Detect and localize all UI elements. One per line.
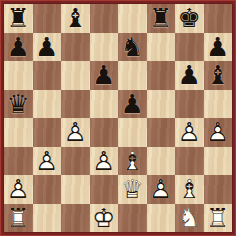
piece-black-rook: ♜ <box>147 4 176 33</box>
square-h6[interactable]: ♝ <box>204 61 233 90</box>
piece-black-pawn: ♟ <box>4 33 33 62</box>
square-e8[interactable] <box>118 4 147 33</box>
piece-white-pawn: ♟♙ <box>90 147 119 176</box>
piece-black-queen: ♛ <box>4 90 33 119</box>
square-a8[interactable]: ♜ <box>4 4 33 33</box>
piece-white-knight: ♞♘ <box>175 204 204 233</box>
square-g7[interactable] <box>175 33 204 62</box>
square-c5[interactable] <box>61 90 90 119</box>
square-d4[interactable] <box>90 118 119 147</box>
square-b7[interactable]: ♟ <box>33 33 62 62</box>
square-d1[interactable]: ♚♔ <box>90 204 119 233</box>
square-b3[interactable]: ♟♙ <box>33 147 62 176</box>
square-h4[interactable]: ♟♙ <box>204 118 233 147</box>
square-a6[interactable] <box>4 61 33 90</box>
piece-black-bishop: ♝ <box>61 4 90 33</box>
square-d5[interactable] <box>90 90 119 119</box>
square-a7[interactable]: ♟ <box>4 33 33 62</box>
white-queen-outline-glyph: ♕ <box>118 175 147 204</box>
square-g5[interactable] <box>175 90 204 119</box>
square-a3[interactable] <box>4 147 33 176</box>
white-knight-outline-glyph: ♘ <box>175 204 204 233</box>
piece-black-pawn: ♟ <box>90 61 119 90</box>
white-pawn-outline-glyph: ♙ <box>204 118 233 147</box>
square-g2[interactable]: ♝♗ <box>175 175 204 204</box>
black-pawn-glyph: ♟ <box>118 90 147 119</box>
square-b4[interactable] <box>33 118 62 147</box>
square-g6[interactable]: ♟ <box>175 61 204 90</box>
white-king-outline-glyph: ♔ <box>90 204 119 233</box>
square-h7[interactable]: ♟ <box>204 33 233 62</box>
square-f2[interactable]: ♟♙ <box>147 175 176 204</box>
square-a2[interactable]: ♟♙ <box>4 175 33 204</box>
square-d7[interactable] <box>90 33 119 62</box>
black-pawn-glyph: ♟ <box>4 33 33 62</box>
square-g4[interactable]: ♟♙ <box>175 118 204 147</box>
square-d6[interactable]: ♟ <box>90 61 119 90</box>
square-h2[interactable] <box>204 175 233 204</box>
black-rook-glyph: ♜ <box>147 4 176 33</box>
chess-board: ♜♝♜♚♟♟♞♟♟♟♝♛♟♟♙♟♙♟♙♟♙♟♙♝♗♟♙♛♕♟♙♝♗♜♖♚♔♞♘♜… <box>4 4 232 232</box>
square-g1[interactable]: ♞♘ <box>175 204 204 233</box>
square-h3[interactable] <box>204 147 233 176</box>
white-pawn-outline-glyph: ♙ <box>147 175 176 204</box>
piece-black-king: ♚ <box>175 4 204 33</box>
white-pawn-outline-glyph: ♙ <box>33 147 62 176</box>
square-b6[interactable] <box>33 61 62 90</box>
white-rook-outline-glyph: ♖ <box>204 204 233 233</box>
square-e4[interactable] <box>118 118 147 147</box>
square-f7[interactable] <box>147 33 176 62</box>
square-f6[interactable] <box>147 61 176 90</box>
square-e2[interactable]: ♛♕ <box>118 175 147 204</box>
square-f8[interactable]: ♜ <box>147 4 176 33</box>
square-c1[interactable] <box>61 204 90 233</box>
square-e6[interactable] <box>118 61 147 90</box>
piece-white-king: ♚♔ <box>90 204 119 233</box>
black-pawn-glyph: ♟ <box>204 33 233 62</box>
square-b5[interactable] <box>33 90 62 119</box>
square-b1[interactable] <box>33 204 62 233</box>
square-a4[interactable] <box>4 118 33 147</box>
piece-black-bishop: ♝ <box>204 61 233 90</box>
piece-white-pawn: ♟♙ <box>33 147 62 176</box>
piece-white-pawn: ♟♙ <box>4 175 33 204</box>
white-bishop-outline-glyph: ♗ <box>118 147 147 176</box>
square-e7[interactable]: ♞ <box>118 33 147 62</box>
piece-black-knight: ♞ <box>118 33 147 62</box>
piece-white-pawn: ♟♙ <box>175 118 204 147</box>
square-c2[interactable] <box>61 175 90 204</box>
piece-white-bishop: ♝♗ <box>118 147 147 176</box>
black-pawn-glyph: ♟ <box>33 33 62 62</box>
piece-white-rook: ♜♖ <box>4 204 33 233</box>
square-g3[interactable] <box>175 147 204 176</box>
black-queen-glyph: ♛ <box>4 90 33 119</box>
square-b8[interactable] <box>33 4 62 33</box>
black-pawn-glyph: ♟ <box>175 61 204 90</box>
square-g8[interactable]: ♚ <box>175 4 204 33</box>
piece-black-pawn: ♟ <box>33 33 62 62</box>
square-c4[interactable]: ♟♙ <box>61 118 90 147</box>
square-e3[interactable]: ♝♗ <box>118 147 147 176</box>
piece-black-pawn: ♟ <box>204 33 233 62</box>
piece-white-pawn: ♟♙ <box>204 118 233 147</box>
piece-white-queen: ♛♕ <box>118 175 147 204</box>
square-c7[interactable] <box>61 33 90 62</box>
square-c3[interactable] <box>61 147 90 176</box>
piece-black-rook: ♜ <box>4 4 33 33</box>
square-f3[interactable] <box>147 147 176 176</box>
square-c8[interactable]: ♝ <box>61 4 90 33</box>
chess-board-frame: ♜♝♜♚♟♟♞♟♟♟♝♛♟♟♙♟♙♟♙♟♙♟♙♝♗♟♙♛♕♟♙♝♗♜♖♚♔♞♘♜… <box>0 0 236 236</box>
black-bishop-glyph: ♝ <box>61 4 90 33</box>
white-pawn-outline-glyph: ♙ <box>175 118 204 147</box>
square-f4[interactable] <box>147 118 176 147</box>
square-a5[interactable]: ♛ <box>4 90 33 119</box>
square-d3[interactable]: ♟♙ <box>90 147 119 176</box>
piece-black-pawn: ♟ <box>175 61 204 90</box>
piece-black-pawn: ♟ <box>118 90 147 119</box>
square-b2[interactable] <box>33 175 62 204</box>
piece-white-pawn: ♟♙ <box>147 175 176 204</box>
white-pawn-outline-glyph: ♙ <box>61 118 90 147</box>
square-c6[interactable] <box>61 61 90 90</box>
black-king-glyph: ♚ <box>175 4 204 33</box>
white-pawn-outline-glyph: ♙ <box>4 175 33 204</box>
black-pawn-glyph: ♟ <box>90 61 119 90</box>
square-f1[interactable] <box>147 204 176 233</box>
square-a1[interactable]: ♜♖ <box>4 204 33 233</box>
white-pawn-outline-glyph: ♙ <box>90 147 119 176</box>
white-bishop-outline-glyph: ♗ <box>175 175 204 204</box>
black-rook-glyph: ♜ <box>4 4 33 33</box>
piece-white-rook: ♜♖ <box>204 204 233 233</box>
black-knight-glyph: ♞ <box>118 33 147 62</box>
square-h1[interactable]: ♜♖ <box>204 204 233 233</box>
square-f5[interactable] <box>147 90 176 119</box>
square-d8[interactable] <box>90 4 119 33</box>
square-e5[interactable]: ♟ <box>118 90 147 119</box>
square-h8[interactable] <box>204 4 233 33</box>
piece-white-pawn: ♟♙ <box>61 118 90 147</box>
white-rook-outline-glyph: ♖ <box>4 204 33 233</box>
piece-white-bishop: ♝♗ <box>175 175 204 204</box>
black-bishop-glyph: ♝ <box>204 61 233 90</box>
square-e1[interactable] <box>118 204 147 233</box>
square-d2[interactable] <box>90 175 119 204</box>
square-h5[interactable] <box>204 90 233 119</box>
